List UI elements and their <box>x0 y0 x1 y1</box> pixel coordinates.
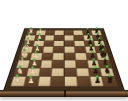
square: ♟ <box>89 77 104 87</box>
piece-white-pawn: ♟ <box>36 28 45 34</box>
square <box>64 60 76 68</box>
piece-glyph: ♝ <box>25 39 31 46</box>
square: ♜ <box>102 77 118 87</box>
piece-white-pawn: ♟ <box>30 51 41 59</box>
piece-black-rook: ♜ <box>104 74 117 84</box>
square: ♟ <box>26 68 40 77</box>
piece-glyph: ♞ <box>17 67 24 75</box>
square <box>64 77 77 87</box>
piece-white-pawn: ♟ <box>28 58 40 66</box>
square: ♟ <box>28 60 41 68</box>
piece-glyph: ♜ <box>14 76 21 84</box>
chess-board: ♜♟♟♜♞♟♟♞♝♟♟♝♛♟♟♛♚♟♟♚♝♟♟♝♞♟♟♞♜♟♟♜ <box>3 28 125 91</box>
green-finial <box>96 27 98 29</box>
piece-glyph: ♟ <box>31 60 37 66</box>
green-finial <box>86 28 88 30</box>
piece-white-rook: ♜ <box>26 27 35 34</box>
piece-glyph: ♟ <box>88 46 93 52</box>
green-finial <box>96 75 99 78</box>
fold-seam <box>64 90 66 97</box>
piece-glyph: ♜ <box>107 76 114 84</box>
piece-glyph: ♟ <box>28 77 34 84</box>
piece-glyph: ♞ <box>96 34 101 40</box>
piece-glyph: ♚ <box>21 50 29 59</box>
piece-glyph: ♟ <box>36 40 41 46</box>
square: ♟ <box>30 53 42 60</box>
piece-glyph: ♟ <box>85 29 90 34</box>
board-grid: ♜♟♟♜♞♟♟♞♝♟♟♝♛♟♟♛♚♟♟♚♝♟♟♝♞♟♟♞♜♟♟♜ <box>10 30 117 86</box>
green-finial <box>29 75 32 78</box>
piece-white-pawn: ♟ <box>35 33 45 40</box>
piece-glyph: ♝ <box>19 59 26 67</box>
square <box>37 77 51 87</box>
piece-glyph: ♝ <box>102 59 109 67</box>
square <box>40 60 53 68</box>
square <box>51 68 64 77</box>
square <box>53 53 64 60</box>
square <box>45 30 55 35</box>
piece-glyph: ♟ <box>89 53 95 59</box>
chess-set-photo: ♜♟♟♜♞♟♟♞♝♟♟♝♛♟♟♛♚♟♟♚♝♟♟♝♞♟♟♞♜♟♟♜ <box>0 0 128 101</box>
green-finial <box>16 74 19 77</box>
piece-glyph: ♟ <box>92 68 98 75</box>
piece-glyph: ♞ <box>104 67 111 75</box>
piece-glyph: ♜ <box>94 28 99 34</box>
square: ♞ <box>100 68 115 77</box>
square: ♟ <box>87 60 100 68</box>
piece-white-rook: ♜ <box>11 74 24 84</box>
green-finial <box>39 28 41 30</box>
square: ♝ <box>98 60 112 68</box>
square <box>77 77 91 87</box>
green-finial <box>30 27 32 29</box>
piece-glyph: ♚ <box>100 50 108 59</box>
piece-glyph: ♟ <box>86 34 91 39</box>
board-front-edge <box>0 90 128 97</box>
piece-white-pawn: ♟ <box>24 75 37 84</box>
piece-glyph: ♞ <box>27 34 32 40</box>
piece-glyph: ♟ <box>30 68 36 75</box>
square <box>41 53 53 60</box>
piece-glyph: ♟ <box>35 46 40 52</box>
square <box>75 60 88 68</box>
piece-glyph: ♟ <box>94 77 100 84</box>
square: ♜ <box>91 30 102 35</box>
square: ♚ <box>96 53 109 60</box>
square <box>51 77 64 87</box>
piece-white-pawn: ♟ <box>26 66 39 75</box>
piece-glyph: ♟ <box>91 60 97 66</box>
piece-glyph: ♝ <box>97 39 103 46</box>
piece-glyph: ♟ <box>87 40 92 46</box>
square <box>52 60 64 68</box>
photo-scene: ♜♟♟♜♞♟♟♞♝♟♟♝♛♟♟♛♚♟♟♚♝♟♟♝♞♟♟♞♜♟♟♜ <box>0 0 128 101</box>
piece-glyph: ♟ <box>37 34 42 39</box>
square <box>55 30 64 35</box>
square <box>64 68 77 77</box>
square <box>39 68 52 77</box>
piece-glyph: ♜ <box>28 28 33 34</box>
green-finial <box>109 74 112 77</box>
square <box>64 53 75 60</box>
square <box>64 30 73 35</box>
piece-glyph: ♟ <box>38 29 43 34</box>
piece-glyph: ♟ <box>33 53 39 59</box>
piece-black-rook: ♜ <box>92 27 101 34</box>
